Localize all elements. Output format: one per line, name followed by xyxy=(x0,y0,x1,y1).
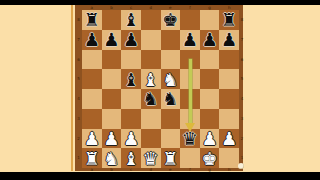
white-rook-a1[interactable]: ♜ xyxy=(84,149,100,168)
square-b6[interactable] xyxy=(102,50,122,70)
square-a1[interactable]: ♜ xyxy=(82,148,102,168)
black-bishop-c8[interactable]: ♝ xyxy=(123,10,139,29)
square-c3[interactable] xyxy=(121,109,141,129)
black-rook-a8[interactable]: ♜ xyxy=(84,10,100,29)
square-h3[interactable] xyxy=(219,109,239,129)
black-pawn-g7[interactable]: ♟ xyxy=(201,30,217,49)
square-d7[interactable] xyxy=(141,30,161,50)
square-h4[interactable] xyxy=(219,89,239,109)
square-g5[interactable] xyxy=(200,69,220,89)
square-a8[interactable]: ♜ xyxy=(82,10,102,30)
black-bishop-c5[interactable]: ♝ xyxy=(123,70,139,89)
square-f8[interactable] xyxy=(180,10,200,30)
white-pawn-c2[interactable]: ♟ xyxy=(123,129,139,148)
board-outer-edge-highlight xyxy=(71,5,73,171)
square-e5[interactable]: ♞ xyxy=(161,69,181,89)
white-knight-b1[interactable]: ♞ xyxy=(103,149,119,168)
square-a4[interactable] xyxy=(82,89,102,109)
square-h5[interactable] xyxy=(219,69,239,89)
square-f7[interactable]: ♟ xyxy=(180,30,200,50)
square-d5[interactable]: ♝ xyxy=(141,69,161,89)
square-g8[interactable] xyxy=(200,10,220,30)
square-h2[interactable]: ♟ xyxy=(219,129,239,149)
square-a2[interactable]: ♟ xyxy=(82,129,102,149)
square-d8[interactable] xyxy=(141,10,161,30)
square-e6[interactable] xyxy=(161,50,181,70)
square-a5[interactable] xyxy=(82,69,102,89)
square-c2[interactable]: ♟ xyxy=(121,129,141,149)
black-pawn-c7[interactable]: ♟ xyxy=(123,30,139,49)
white-knight-e5[interactable]: ♞ xyxy=(162,70,178,89)
white-queen-d1[interactable]: ♛ xyxy=(143,149,159,168)
square-c8[interactable]: ♝ xyxy=(121,10,141,30)
white-pawn-h2[interactable]: ♟ xyxy=(221,129,237,148)
black-knight-d4[interactable]: ♞ xyxy=(143,89,159,108)
square-b2[interactable]: ♟ xyxy=(102,129,122,149)
white-king-g1[interactable]: ♚ xyxy=(201,149,217,168)
square-a7[interactable]: ♟ xyxy=(82,30,102,50)
square-c7[interactable]: ♟ xyxy=(121,30,141,50)
square-d6[interactable] xyxy=(141,50,161,70)
square-b8[interactable] xyxy=(102,10,122,30)
black-king-e8[interactable]: ♚ xyxy=(162,10,178,29)
black-pawn-b7[interactable]: ♟ xyxy=(103,30,119,49)
side-to-move-indicator-dot xyxy=(238,163,245,170)
square-e2[interactable] xyxy=(161,129,181,149)
square-b4[interactable] xyxy=(102,89,122,109)
move-arrow-line xyxy=(189,59,192,124)
square-e8[interactable]: ♚ xyxy=(161,10,181,30)
square-a6[interactable] xyxy=(82,50,102,70)
chess-board[interactable]: ♜♝♚♜♟♟♟♟♟♟♝♝♞♞♞♟♟♟♛♟♟♜♞♝♛♜♚ xyxy=(82,10,239,168)
white-pawn-b2[interactable]: ♟ xyxy=(103,129,119,148)
square-d1[interactable]: ♛ xyxy=(141,148,161,168)
square-h7[interactable]: ♟ xyxy=(219,30,239,50)
square-b5[interactable] xyxy=(102,69,122,89)
square-a3[interactable] xyxy=(82,109,102,129)
square-h1[interactable] xyxy=(219,148,239,168)
square-h8[interactable]: ♜ xyxy=(219,10,239,30)
square-e4[interactable]: ♞ xyxy=(161,89,181,109)
white-bishop-d5[interactable]: ♝ xyxy=(143,70,159,89)
square-h6[interactable] xyxy=(219,50,239,70)
square-e7[interactable] xyxy=(161,30,181,50)
move-arrow-head-icon xyxy=(185,123,195,132)
square-g6[interactable] xyxy=(200,50,220,70)
black-knight-e4[interactable]: ♞ xyxy=(162,89,178,108)
square-c5[interactable]: ♝ xyxy=(121,69,141,89)
white-pawn-a2[interactable]: ♟ xyxy=(84,129,100,148)
black-pawn-f7[interactable]: ♟ xyxy=(182,30,198,49)
square-e3[interactable] xyxy=(161,109,181,129)
white-bishop-c1[interactable]: ♝ xyxy=(123,149,139,168)
square-e1[interactable]: ♜ xyxy=(161,148,181,168)
white-rook-e1[interactable]: ♜ xyxy=(162,149,178,168)
letterbox-bottom-bar xyxy=(0,172,320,180)
square-c6[interactable] xyxy=(121,50,141,70)
square-g7[interactable]: ♟ xyxy=(200,30,220,50)
square-b7[interactable]: ♟ xyxy=(102,30,122,50)
square-c4[interactable] xyxy=(121,89,141,109)
white-pawn-g2[interactable]: ♟ xyxy=(201,129,217,148)
square-b3[interactable] xyxy=(102,109,122,129)
square-d2[interactable] xyxy=(141,129,161,149)
black-rook-h8[interactable]: ♜ xyxy=(221,10,237,29)
square-d3[interactable] xyxy=(141,109,161,129)
square-g2[interactable]: ♟ xyxy=(200,129,220,149)
square-f1[interactable] xyxy=(180,148,200,168)
square-d4[interactable]: ♞ xyxy=(141,89,161,109)
square-c1[interactable]: ♝ xyxy=(121,148,141,168)
square-b1[interactable]: ♞ xyxy=(102,148,122,168)
square-g1[interactable]: ♚ xyxy=(200,148,220,168)
square-g3[interactable] xyxy=(200,109,220,129)
black-pawn-a7[interactable]: ♟ xyxy=(84,30,100,49)
black-pawn-h7[interactable]: ♟ xyxy=(221,30,237,49)
square-g4[interactable] xyxy=(200,89,220,109)
